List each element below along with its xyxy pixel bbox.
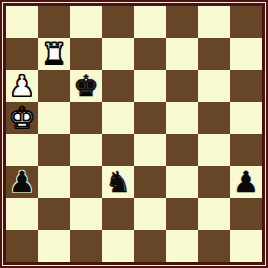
square-d8[interactable]: [102, 6, 134, 38]
square-g2[interactable]: [198, 198, 230, 230]
square-b6[interactable]: [38, 70, 70, 102]
square-h3[interactable]: ♟: [230, 166, 262, 198]
square-b1[interactable]: [38, 230, 70, 262]
square-a2[interactable]: [6, 198, 38, 230]
square-h8[interactable]: [230, 6, 262, 38]
square-c5[interactable]: [70, 102, 102, 134]
square-d1[interactable]: [102, 230, 134, 262]
square-a3[interactable]: ♟: [6, 166, 38, 198]
piece-black-knight[interactable]: ♞: [105, 168, 131, 197]
square-a1[interactable]: [6, 230, 38, 262]
square-b3[interactable]: [38, 166, 70, 198]
square-h7[interactable]: [230, 38, 262, 70]
piece-black-pawn[interactable]: ♟: [9, 168, 35, 197]
square-e1[interactable]: [134, 230, 166, 262]
square-f6[interactable]: [166, 70, 198, 102]
square-g3[interactable]: [198, 166, 230, 198]
square-d3[interactable]: ♞: [102, 166, 134, 198]
square-h5[interactable]: [230, 102, 262, 134]
square-h6[interactable]: [230, 70, 262, 102]
square-a5[interactable]: ♚: [6, 102, 38, 134]
square-c6[interactable]: ♚: [70, 70, 102, 102]
piece-white-king[interactable]: ♚: [9, 104, 35, 133]
square-c3[interactable]: [70, 166, 102, 198]
square-g4[interactable]: [198, 134, 230, 166]
chess-board-frame: ♜♟♚♚♟♞♟: [0, 0, 268, 268]
square-g6[interactable]: [198, 70, 230, 102]
square-d4[interactable]: [102, 134, 134, 166]
square-c4[interactable]: [70, 134, 102, 166]
square-a8[interactable]: [6, 6, 38, 38]
square-e4[interactable]: [134, 134, 166, 166]
chess-board: ♜♟♚♚♟♞♟: [6, 6, 262, 262]
square-a6[interactable]: ♟: [6, 70, 38, 102]
square-h1[interactable]: [230, 230, 262, 262]
square-g1[interactable]: [198, 230, 230, 262]
square-d5[interactable]: [102, 102, 134, 134]
square-b4[interactable]: [38, 134, 70, 166]
square-f4[interactable]: [166, 134, 198, 166]
piece-black-king[interactable]: ♚: [73, 72, 99, 101]
chess-board-frame-pinstripe: ♜♟♚♚♟♞♟: [2, 2, 266, 266]
square-e6[interactable]: [134, 70, 166, 102]
square-h4[interactable]: [230, 134, 262, 166]
square-b5[interactable]: [38, 102, 70, 134]
square-f3[interactable]: [166, 166, 198, 198]
piece-white-pawn[interactable]: ♟: [9, 72, 35, 101]
square-e2[interactable]: [134, 198, 166, 230]
square-d2[interactable]: [102, 198, 134, 230]
square-e5[interactable]: [134, 102, 166, 134]
square-f7[interactable]: [166, 38, 198, 70]
piece-white-rook[interactable]: ♜: [41, 40, 67, 69]
square-f1[interactable]: [166, 230, 198, 262]
square-b7[interactable]: ♜: [38, 38, 70, 70]
square-e7[interactable]: [134, 38, 166, 70]
square-c2[interactable]: [70, 198, 102, 230]
square-f5[interactable]: [166, 102, 198, 134]
square-a7[interactable]: [6, 38, 38, 70]
square-c8[interactable]: [70, 6, 102, 38]
square-d6[interactable]: [102, 70, 134, 102]
square-b2[interactable]: [38, 198, 70, 230]
piece-black-pawn[interactable]: ♟: [233, 168, 259, 197]
square-b8[interactable]: [38, 6, 70, 38]
square-c7[interactable]: [70, 38, 102, 70]
square-g7[interactable]: [198, 38, 230, 70]
square-a4[interactable]: [6, 134, 38, 166]
square-e8[interactable]: [134, 6, 166, 38]
square-f2[interactable]: [166, 198, 198, 230]
square-d7[interactable]: [102, 38, 134, 70]
square-g5[interactable]: [198, 102, 230, 134]
square-c1[interactable]: [70, 230, 102, 262]
square-e3[interactable]: [134, 166, 166, 198]
square-h2[interactable]: [230, 198, 262, 230]
square-g8[interactable]: [198, 6, 230, 38]
square-f8[interactable]: [166, 6, 198, 38]
